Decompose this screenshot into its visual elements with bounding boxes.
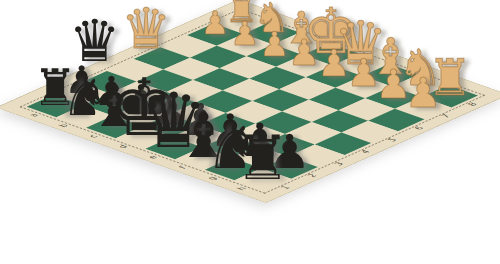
- rank-label-1: 1: [276, 184, 296, 192]
- vinyl-roll-up-board: abcdefgh 12345678: [0, 0, 500, 203]
- file-label-c: c: [84, 132, 104, 140]
- rank-label-7: 7: [436, 112, 456, 120]
- file-label-f: f: [173, 164, 193, 172]
- file-label-h: h: [232, 185, 252, 193]
- file-label-e: e: [143, 153, 163, 161]
- file-label-b: b: [54, 122, 74, 130]
- file-label-d: d: [113, 143, 133, 151]
- board-grid: [27, 11, 478, 190]
- chess-scene: abcdefgh 12345678 ♜♞♝♚♛♝♞♜♟♟♟♟♟♟♟♟♟♟♟♟♟♟…: [0, 0, 500, 264]
- file-label-a: a: [24, 111, 44, 119]
- rank-label-6: 6: [409, 124, 429, 132]
- file-label-g: g: [203, 174, 223, 182]
- rank-label-4: 4: [356, 148, 376, 156]
- rank-label-5: 5: [383, 136, 403, 144]
- rank-label-8: 8: [463, 100, 483, 108]
- rank-label-2: 2: [303, 172, 323, 180]
- rank-label-3: 3: [329, 160, 349, 168]
